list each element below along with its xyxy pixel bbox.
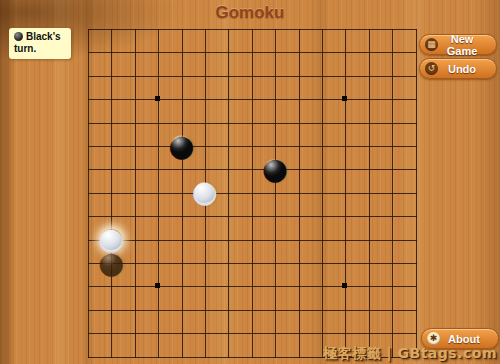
star-icon: ✱ — [427, 332, 440, 345]
undo-button[interactable]: ↺ Undo — [419, 58, 497, 79]
about-label: About — [440, 333, 498, 345]
star-point — [342, 96, 347, 101]
black-stone: ● — [171, 135, 192, 156]
white-stone: ● — [194, 182, 215, 203]
black-stone-glyph: ● — [168, 131, 194, 161]
white-stone-glyph: ● — [192, 177, 218, 207]
star-point — [155, 96, 160, 101]
gomoku-app: Gomoku Black's turn. ●●●●● ▦ New Game ↺ … — [0, 0, 500, 364]
black-stone-ghost: ● — [101, 252, 122, 273]
black-stone-icon — [14, 32, 23, 41]
board-intersections[interactable]: ●●●●● — [76, 17, 427, 364]
undo-arrow-icon: ↺ — [425, 62, 438, 75]
board[interactable]: ●●●●● — [76, 17, 427, 364]
turn-status-box: Black's turn. — [9, 28, 71, 59]
black-stone-glyph: ● — [98, 248, 124, 278]
star-point — [342, 283, 347, 288]
watermark: 極客標籤 | GBtags.com — [323, 345, 497, 363]
new-game-button[interactable]: ▦ New Game — [419, 34, 497, 55]
star-point — [155, 283, 160, 288]
black-stone: ● — [264, 159, 285, 180]
undo-label: Undo — [438, 63, 496, 75]
black-stone-glyph: ● — [262, 154, 288, 184]
grid-board-icon: ▦ — [425, 38, 438, 51]
new-game-label: New Game — [438, 33, 496, 57]
